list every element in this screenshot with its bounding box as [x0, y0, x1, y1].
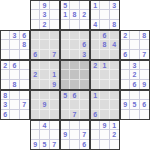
- empty-cell-r14c4[interactable]: [31, 130, 40, 139]
- empty-cell-r12c11[interactable]: [100, 110, 109, 119]
- given-digit-cell-r6c9: 3: [80, 50, 89, 59]
- empty-cell-r9c7[interactable]: [61, 80, 70, 89]
- block-r3c1: 268: [0, 60, 30, 90]
- given-digit-cell-r6c13: 6: [121, 50, 130, 59]
- outside-area: [130, 140, 140, 150]
- empty-cell-r8c1[interactable]: [1, 70, 10, 79]
- outside-area: [140, 0, 150, 10]
- empty-cell-r8c15[interactable]: [140, 70, 149, 79]
- outside-area: [10, 20, 20, 30]
- outside-area: [20, 20, 30, 30]
- outside-area: [0, 20, 10, 30]
- empty-cell-r4c9[interactable]: [80, 31, 89, 40]
- empty-cell-r12c2[interactable]: [10, 110, 19, 119]
- empty-cell-r11c7[interactable]: [61, 100, 70, 109]
- empty-cell-r9c12[interactable]: [110, 80, 119, 89]
- empty-cell-r3c6[interactable]: [50, 20, 59, 29]
- empty-cell-r14c5[interactable]: [40, 130, 49, 139]
- empty-cell-r9c3[interactable]: [20, 80, 29, 89]
- given-digit-cell-r6c15: 7: [140, 50, 149, 59]
- given-digit-cell-r14c12: 2: [110, 130, 119, 139]
- given-digit-cell-r7c2: 6: [10, 61, 19, 70]
- given-digit-cell-r12c1: 6: [1, 110, 10, 119]
- given-digit-cell-r2c7: 1: [61, 10, 70, 19]
- block-r2c4: 684: [90, 30, 120, 60]
- given-digit-cell-r7c10: 2: [91, 61, 100, 70]
- empty-cell-r15c10[interactable]: [91, 140, 100, 149]
- empty-cell-r15c7[interactable]: [61, 140, 70, 149]
- outside-area: [120, 140, 130, 150]
- block-r1c4: 1348: [90, 0, 120, 30]
- given-digit-cell-r4c13: 2: [121, 31, 130, 40]
- outside-area: [10, 130, 20, 140]
- empty-cell-r12c3[interactable]: [20, 110, 29, 119]
- empty-cell-r11c4[interactable]: [31, 100, 40, 109]
- given-digit-cell-r5c11: 8: [100, 40, 109, 49]
- empty-cell-r4c4[interactable]: [31, 31, 40, 40]
- given-digit-cell-r8c14: 2: [130, 70, 139, 79]
- empty-cell-r7c6[interactable]: [50, 61, 59, 70]
- empty-cell-r13c6[interactable]: [50, 121, 59, 130]
- given-digit-cell-r9c14: 6: [130, 80, 139, 89]
- outside-area: [10, 140, 20, 150]
- given-digit-cell-r8c6: 1: [50, 70, 59, 79]
- empty-cell-r10c4[interactable]: [31, 91, 40, 100]
- given-digit-cell-r5c3: 8: [20, 40, 29, 49]
- given-digit-cell-r2c5: 3: [40, 10, 49, 19]
- outside-area: [120, 130, 130, 140]
- given-digit-cell-r11c1: 3: [1, 100, 10, 109]
- empty-cell-r7c9[interactable]: [80, 61, 89, 70]
- block-r2c1: 368: [0, 30, 30, 60]
- given-digit-cell-r10c10: 1: [91, 91, 100, 100]
- outside-area: [120, 10, 130, 20]
- outside-area: [10, 0, 20, 10]
- given-digit-cell-r10c1: 8: [1, 91, 10, 100]
- given-digit-cell-r4c3: 6: [20, 31, 29, 40]
- given-digit-cell-r3c10: 4: [91, 20, 100, 29]
- empty-cell-r15c12[interactable]: [110, 140, 119, 149]
- outside-area: [130, 120, 140, 130]
- empty-cell-r5c8[interactable]: [70, 40, 79, 49]
- empty-cell-r10c11[interactable]: [100, 91, 109, 100]
- empty-cell-r2c12[interactable]: [110, 10, 119, 19]
- given-digit-cell-r14c9: 7: [80, 130, 89, 139]
- given-digit-cell-r13c11: 9: [100, 121, 109, 130]
- empty-cell-r1c11[interactable]: [100, 1, 109, 10]
- empty-cell-r13c4[interactable]: [31, 121, 40, 130]
- empty-cell-r8c9[interactable]: [80, 70, 89, 79]
- given-digit-cell-r5c9: 6: [80, 40, 89, 49]
- empty-cell-r6c3[interactable]: [20, 50, 29, 59]
- empty-cell-r6c11[interactable]: [100, 50, 109, 59]
- empty-cell-r2c11[interactable]: [100, 10, 109, 19]
- empty-cell-r10c5[interactable]: [40, 91, 49, 100]
- outside-area: [0, 120, 10, 130]
- empty-cell-r7c8[interactable]: [70, 61, 79, 70]
- block-r2c5: 2867: [120, 30, 150, 60]
- empty-cell-r5c2[interactable]: [10, 40, 19, 49]
- empty-cell-r4c8[interactable]: [70, 31, 79, 40]
- outside-area: [140, 20, 150, 30]
- given-digit-cell-r15c4: 9: [31, 140, 40, 149]
- empty-cell-r12c13[interactable]: [121, 110, 130, 119]
- empty-cell-r5c13[interactable]: [121, 40, 130, 49]
- empty-cell-r12c15[interactable]: [140, 110, 149, 119]
- empty-cell-r6c2[interactable]: [10, 50, 19, 59]
- empty-cell-r4c1[interactable]: [1, 31, 10, 40]
- block-r2c2: 67: [30, 30, 60, 60]
- given-digit-cell-r10c7: 5: [61, 91, 70, 100]
- outside-area: [20, 0, 30, 10]
- given-digit-cell-r11c14: 5: [130, 100, 139, 109]
- empty-cell-r3c4[interactable]: [31, 20, 40, 29]
- block-r4c2: 9: [30, 90, 60, 120]
- block-r2c3: 63: [60, 30, 90, 60]
- given-digit-cell-r13c5: 4: [40, 121, 49, 130]
- empty-cell-r10c3[interactable]: [20, 91, 29, 100]
- empty-cell-r9c10[interactable]: [91, 80, 100, 89]
- empty-cell-r10c12[interactable]: [110, 91, 119, 100]
- empty-cell-r9c4[interactable]: [31, 80, 40, 89]
- given-digit-cell-r12c8: 7: [70, 110, 79, 119]
- given-digit-cell-r3c5: 2: [40, 20, 49, 29]
- given-digit-cell-r10c8: 6: [70, 91, 79, 100]
- empty-cell-r2c6[interactable]: [50, 10, 59, 19]
- empty-cell-r8c2[interactable]: [10, 70, 19, 79]
- given-digit-cell-r11c3: 7: [20, 100, 29, 109]
- empty-cell-r5c15[interactable]: [140, 40, 149, 49]
- outside-area: [0, 10, 10, 20]
- given-digit-cell-r1c7: 5: [61, 1, 70, 10]
- given-digit-cell-r4c2: 3: [10, 31, 19, 40]
- empty-cell-r7c7[interactable]: [61, 61, 70, 70]
- empty-cell-r1c9[interactable]: [80, 1, 89, 10]
- empty-cell-r12c5[interactable]: [40, 110, 49, 119]
- empty-cell-r5c5[interactable]: [40, 40, 49, 49]
- empty-cell-r8c8[interactable]: [70, 70, 79, 79]
- outside-area: [10, 10, 20, 20]
- empty-cell-r13c10[interactable]: [91, 121, 100, 130]
- given-digit-cell-r14c7: 9: [61, 130, 70, 139]
- empty-cell-r7c4[interactable]: [31, 61, 40, 70]
- empty-cell-r3c8[interactable]: [70, 20, 79, 29]
- given-digit-cell-r7c11: 1: [100, 61, 109, 70]
- empty-cell-r11c11[interactable]: [100, 100, 109, 109]
- given-digit-cell-r2c8: 8: [70, 10, 79, 19]
- given-digit-cell-r5c12: 4: [110, 40, 119, 49]
- block-r1c3: 5182: [60, 0, 90, 30]
- outside-area: [130, 0, 140, 10]
- empty-cell-r11c9[interactable]: [80, 100, 89, 109]
- block-r4c4: 16: [90, 90, 120, 120]
- empty-cell-r13c9[interactable]: [80, 121, 89, 130]
- sudoku-board: 9325182134836867636842867268219213269837…: [0, 0, 150, 150]
- empty-cell-r10c6[interactable]: [50, 91, 59, 100]
- outside-area: [20, 130, 30, 140]
- given-digit-cell-r9c6: 9: [50, 80, 59, 89]
- empty-cell-r10c15[interactable]: [140, 91, 149, 100]
- empty-cell-r12c12[interactable]: [110, 110, 119, 119]
- given-digit-cell-r7c14: 3: [130, 61, 139, 70]
- empty-cell-r15c11[interactable]: [100, 140, 109, 149]
- outside-area: [130, 20, 140, 30]
- empty-cell-r3c11[interactable]: [100, 20, 109, 29]
- empty-cell-r5c10[interactable]: [91, 40, 100, 49]
- empty-cell-r12c4[interactable]: [31, 110, 40, 119]
- given-digit-cell-r1c12: 3: [110, 1, 119, 10]
- outside-area: [0, 130, 10, 140]
- empty-cell-r14c11[interactable]: [100, 130, 109, 139]
- block-r3c3: [60, 60, 90, 90]
- given-digit-cell-r15c5: 5: [40, 140, 49, 149]
- empty-cell-r8c3[interactable]: [20, 70, 29, 79]
- given-digit-cell-r11c5: 9: [40, 100, 49, 109]
- empty-cell-r8c13[interactable]: [121, 70, 130, 79]
- empty-cell-r6c1[interactable]: [1, 50, 10, 59]
- empty-cell-r4c14[interactable]: [130, 31, 139, 40]
- empty-cell-r9c5[interactable]: [40, 80, 49, 89]
- outside-area: [20, 140, 30, 150]
- outside-area: [10, 120, 20, 130]
- outside-area: [130, 10, 140, 20]
- given-digit-cell-r13c12: 1: [110, 121, 119, 130]
- given-digit-cell-r9c15: 9: [140, 80, 149, 89]
- empty-cell-r11c6[interactable]: [50, 100, 59, 109]
- outside-area: [140, 140, 150, 150]
- empty-cell-r5c1[interactable]: [1, 40, 10, 49]
- given-digit-cell-r12c10: 6: [91, 110, 100, 119]
- empty-cell-r10c2[interactable]: [10, 91, 19, 100]
- empty-cell-r14c8[interactable]: [70, 130, 79, 139]
- empty-cell-r1c4[interactable]: [31, 1, 40, 10]
- given-digit-cell-r3c12: 8: [110, 20, 119, 29]
- given-digit-cell-r4c11: 6: [100, 31, 109, 40]
- empty-cell-r8c7[interactable]: [61, 70, 70, 79]
- given-digit-cell-r1c5: 9: [40, 1, 49, 10]
- empty-cell-r12c6[interactable]: [50, 110, 59, 119]
- block-r3c4: 21: [90, 60, 120, 90]
- outside-area: [0, 0, 10, 10]
- empty-cell-r4c6[interactable]: [50, 31, 59, 40]
- outside-area: [20, 120, 30, 130]
- block-r1c1: [0, 0, 30, 30]
- given-digit-cell-r11c13: 9: [121, 100, 130, 109]
- empty-cell-r2c10[interactable]: [91, 10, 100, 19]
- given-digit-cell-r7c1: 2: [1, 61, 10, 70]
- empty-cell-r15c8[interactable]: [70, 140, 79, 149]
- given-digit-cell-r15c6: 7: [50, 140, 59, 149]
- empty-cell-r4c7[interactable]: [61, 31, 70, 40]
- empty-cell-r8c11[interactable]: [100, 70, 109, 79]
- empty-cell-r4c5[interactable]: [40, 31, 49, 40]
- block-r4c5: 956: [120, 90, 150, 120]
- given-digit-cell-r15c9: 6: [80, 140, 89, 149]
- given-digit-cell-r8c4: 2: [31, 70, 40, 79]
- block-r5c4: 912: [90, 120, 120, 150]
- outside-area: [20, 10, 30, 20]
- empty-cell-r11c10[interactable]: [91, 100, 100, 109]
- empty-cell-r11c12[interactable]: [110, 100, 119, 109]
- empty-cell-r5c4[interactable]: [31, 40, 40, 49]
- empty-cell-r4c10[interactable]: [91, 31, 100, 40]
- empty-cell-r13c7[interactable]: [61, 121, 70, 130]
- empty-cell-r10c14[interactable]: [130, 91, 139, 100]
- given-digit-cell-r6c4: 6: [31, 50, 40, 59]
- empty-cell-r11c2[interactable]: [10, 100, 19, 109]
- empty-cell-r8c10[interactable]: [91, 70, 100, 79]
- empty-cell-r11c8[interactable]: [70, 100, 79, 109]
- block-r3c2: 219: [30, 60, 60, 90]
- empty-cell-r9c11[interactable]: [100, 80, 109, 89]
- empty-cell-r6c8[interactable]: [70, 50, 79, 59]
- empty-cell-r10c13[interactable]: [121, 91, 130, 100]
- empty-cell-r8c5[interactable]: [40, 70, 49, 79]
- given-digit-cell-r6c6: 7: [50, 50, 59, 59]
- empty-cell-r6c12[interactable]: [110, 50, 119, 59]
- empty-cell-r5c7[interactable]: [61, 40, 70, 49]
- outside-area: [120, 120, 130, 130]
- empty-cell-r12c9[interactable]: [80, 110, 89, 119]
- block-r5c2: 4957: [30, 120, 60, 150]
- empty-cell-r3c9[interactable]: [80, 20, 89, 29]
- outside-area: [120, 0, 130, 10]
- empty-cell-r6c5[interactable]: [40, 50, 49, 59]
- block-r3c5: 3269: [120, 60, 150, 90]
- empty-cell-r7c15[interactable]: [140, 61, 149, 70]
- block-r5c5: [120, 120, 150, 150]
- empty-cell-r9c9[interactable]: [80, 80, 89, 89]
- block-r4c1: 8376: [0, 90, 30, 120]
- outside-area: [140, 10, 150, 20]
- block-r4c3: 567: [60, 90, 90, 120]
- outside-area: [0, 140, 10, 150]
- outside-area: [140, 120, 150, 130]
- empty-cell-r10c9[interactable]: [80, 91, 89, 100]
- empty-cell-r9c1[interactable]: [1, 80, 10, 89]
- empty-cell-r13c8[interactable]: [70, 121, 79, 130]
- block-r5c3: 976: [60, 120, 90, 150]
- empty-cell-r14c10[interactable]: [91, 130, 100, 139]
- given-digit-cell-r9c2: 8: [10, 80, 19, 89]
- given-digit-cell-r11c15: 6: [140, 100, 149, 109]
- empty-cell-r5c6[interactable]: [50, 40, 59, 49]
- block-r5c1: [0, 120, 30, 150]
- empty-cell-r6c10[interactable]: [91, 50, 100, 59]
- empty-cell-r2c4[interactable]: [31, 10, 40, 19]
- given-digit-cell-r4c15: 8: [140, 31, 149, 40]
- block-r1c2: 932: [30, 0, 60, 30]
- given-digit-cell-r1c10: 1: [91, 1, 100, 10]
- outside-area: [130, 130, 140, 140]
- empty-cell-r7c5[interactable]: [40, 61, 49, 70]
- empty-cell-r6c7[interactable]: [61, 50, 70, 59]
- empty-cell-r5c14[interactable]: [130, 40, 139, 49]
- empty-cell-r12c7[interactable]: [61, 110, 70, 119]
- empty-cell-r9c8[interactable]: [70, 80, 79, 89]
- empty-cell-r1c8[interactable]: [70, 1, 79, 10]
- given-digit-cell-r2c9: 2: [80, 10, 89, 19]
- empty-cell-r3c7[interactable]: [61, 20, 70, 29]
- empty-cell-r14c6[interactable]: [50, 130, 59, 139]
- empty-cell-r9c13[interactable]: [121, 80, 130, 89]
- block-r1c5: [120, 0, 150, 30]
- empty-cell-r8c12[interactable]: [110, 70, 119, 79]
- empty-cell-r4c12[interactable]: [110, 31, 119, 40]
- outside-area: [140, 130, 150, 140]
- empty-cell-r7c3[interactable]: [20, 61, 29, 70]
- empty-cell-r6c14[interactable]: [130, 50, 139, 59]
- empty-cell-r12c14[interactable]: [130, 110, 139, 119]
- empty-cell-r1c6[interactable]: [50, 1, 59, 10]
- empty-cell-r7c13[interactable]: [121, 61, 130, 70]
- empty-cell-r7c12[interactable]: [110, 61, 119, 70]
- outside-area: [120, 20, 130, 30]
